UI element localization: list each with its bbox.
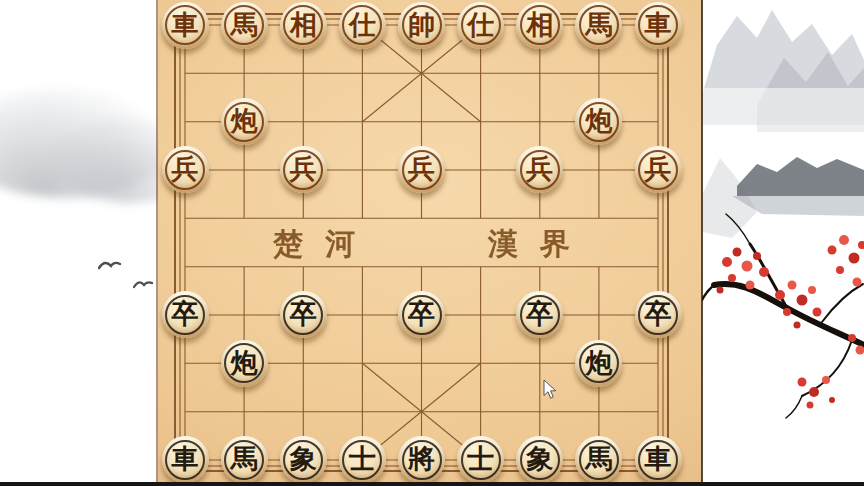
board-edge-shadow: [701, 0, 703, 486]
piece-character: 卒: [526, 300, 553, 327]
piece-black-soldier[interactable]: 卒: [635, 291, 682, 338]
piece-character: 帥: [408, 11, 435, 38]
piece-black-soldier[interactable]: 卒: [398, 291, 445, 338]
piece-character: 車: [645, 445, 672, 472]
piece-character: 相: [290, 11, 317, 38]
plum-blossom-art: [702, 0, 864, 486]
piece-red-horse[interactable]: 馬: [575, 2, 622, 49]
piece-character: 卒: [408, 300, 435, 327]
piece-red-advisor[interactable]: 仕: [457, 2, 504, 49]
piece-character: 車: [172, 11, 199, 38]
piece-black-chariot[interactable]: 車: [635, 436, 682, 483]
plum-blossoms: [717, 235, 864, 409]
bottom-border-bar: [0, 482, 864, 486]
piece-character: 炮: [231, 107, 258, 134]
piece-character: 相: [526, 11, 553, 38]
dark-ridge-shape: [737, 157, 864, 196]
piece-black-soldier[interactable]: 卒: [280, 291, 327, 338]
piece-character: 卒: [645, 300, 672, 327]
ink-mountain-shape: [0, 88, 158, 198]
piece-character: 兵: [290, 155, 317, 182]
piece-red-cannon[interactable]: 炮: [221, 98, 268, 145]
piece-character: 車: [645, 11, 672, 38]
bird-icon: [98, 258, 128, 274]
piece-black-horse[interactable]: 馬: [221, 436, 268, 483]
piece-character: 馬: [231, 11, 258, 38]
piece-black-chariot[interactable]: 車: [162, 436, 209, 483]
left-art-panel: [0, 0, 158, 486]
piece-character: 兵: [645, 155, 672, 182]
piece-character: 炮: [585, 107, 612, 134]
mouse-cursor-icon: [543, 379, 558, 400]
piece-character: 士: [349, 445, 376, 472]
piece-character: 仕: [349, 11, 376, 38]
piece-black-cannon[interactable]: 炮: [221, 340, 268, 387]
piece-black-cannon[interactable]: 炮: [575, 340, 622, 387]
piece-character: 馬: [585, 11, 612, 38]
piece-character: 炮: [585, 349, 612, 376]
app-root: 楚河 漢界 車馬相仕帥仕相馬車炮炮兵兵兵兵兵卒卒卒卒卒炮炮車馬象士將士象馬車: [0, 0, 864, 486]
piece-black-advisor[interactable]: 士: [457, 436, 504, 483]
piece-character: 兵: [172, 155, 199, 182]
pieces-layer: 車馬相仕帥仕相馬車炮炮兵兵兵兵兵卒卒卒卒卒炮炮車馬象士將士象馬車: [158, 0, 702, 486]
piece-character: 仕: [467, 11, 494, 38]
piece-character: 兵: [526, 155, 553, 182]
xiangqi-board[interactable]: 楚河 漢界 車馬相仕帥仕相馬車炮炮兵兵兵兵兵卒卒卒卒卒炮炮車馬象士將士象馬車: [158, 0, 702, 486]
piece-red-horse[interactable]: 馬: [221, 2, 268, 49]
piece-red-soldier[interactable]: 兵: [162, 146, 209, 193]
piece-character: 象: [290, 445, 317, 472]
piece-red-elephant[interactable]: 相: [516, 2, 563, 49]
piece-red-cannon[interactable]: 炮: [575, 98, 622, 145]
piece-character: 炮: [231, 349, 258, 376]
piece-red-soldier[interactable]: 兵: [280, 146, 327, 193]
piece-character: 兵: [408, 155, 435, 182]
piece-character: 卒: [172, 300, 199, 327]
piece-black-elephant[interactable]: 象: [280, 436, 327, 483]
piece-black-horse[interactable]: 馬: [575, 436, 622, 483]
piece-character: 將: [408, 445, 435, 472]
piece-red-chariot[interactable]: 車: [635, 2, 682, 49]
piece-character: 士: [467, 445, 494, 472]
piece-black-elephant[interactable]: 象: [516, 436, 563, 483]
piece-black-soldier[interactable]: 卒: [162, 291, 209, 338]
piece-character: 象: [526, 445, 553, 472]
piece-red-soldier[interactable]: 兵: [635, 146, 682, 193]
piece-red-elephant[interactable]: 相: [280, 2, 327, 49]
piece-red-soldier[interactable]: 兵: [398, 146, 445, 193]
board-edge-shadow: [156, 0, 158, 486]
piece-character: 卒: [290, 300, 317, 327]
piece-red-chariot[interactable]: 車: [162, 2, 209, 49]
piece-black-advisor[interactable]: 士: [339, 436, 386, 483]
piece-black-general[interactable]: 將: [398, 436, 445, 483]
plum-branch: [702, 214, 864, 418]
piece-character: 馬: [231, 445, 258, 472]
ink-mountain-shape: [55, 118, 158, 203]
right-art-panel: [702, 0, 864, 486]
bird-icon: [133, 278, 158, 292]
piece-black-soldier[interactable]: 卒: [516, 291, 563, 338]
piece-red-soldier[interactable]: 兵: [516, 146, 563, 193]
piece-red-advisor[interactable]: 仕: [339, 2, 386, 49]
piece-character: 車: [172, 445, 199, 472]
piece-character: 馬: [585, 445, 612, 472]
piece-red-general[interactable]: 帥: [398, 2, 445, 49]
